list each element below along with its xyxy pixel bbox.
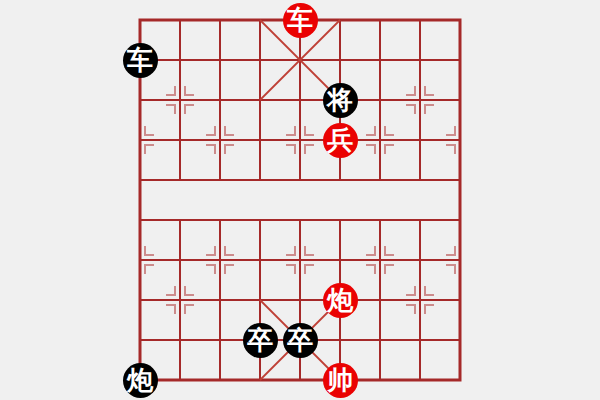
piece-red-general[interactable]: 帅 bbox=[323, 363, 358, 398]
xiangqi-app: 车车将兵炮卒卒炮帅 bbox=[0, 0, 600, 400]
piece-grid: 车车将兵炮卒卒炮帅 bbox=[120, 0, 480, 400]
piece-red-soldier[interactable]: 兵 bbox=[323, 123, 358, 158]
piece-red-chariot[interactable]: 车 bbox=[283, 3, 318, 38]
piece-black-soldier-1[interactable]: 卒 bbox=[243, 323, 278, 358]
piece-red-cannon[interactable]: 炮 bbox=[323, 283, 358, 318]
piece-black-general[interactable]: 将 bbox=[323, 83, 358, 118]
piece-black-soldier-2[interactable]: 卒 bbox=[283, 323, 318, 358]
piece-black-chariot[interactable]: 车 bbox=[123, 43, 158, 78]
piece-black-cannon[interactable]: 炮 bbox=[123, 363, 158, 398]
